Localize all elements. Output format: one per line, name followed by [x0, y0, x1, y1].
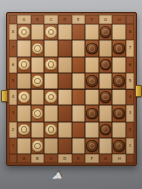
checker-light[interactable]	[18, 91, 30, 103]
square-G2[interactable]	[99, 122, 113, 138]
square-G8[interactable]	[99, 24, 113, 40]
checker-light[interactable]	[32, 108, 44, 120]
checker-dark[interactable]	[113, 140, 125, 152]
rank-label-left-3: 3	[9, 105, 17, 121]
checker-light[interactable]	[32, 140, 44, 152]
frame-corner	[9, 15, 17, 24]
square-C7[interactable]	[44, 40, 58, 56]
rank-label-left-1: 1	[9, 138, 17, 154]
checker-light[interactable]	[45, 91, 57, 103]
square-F7[interactable]	[85, 40, 99, 56]
file-label-bottom-G: G	[99, 154, 113, 163]
square-G3[interactable]	[99, 105, 113, 121]
square-A2[interactable]	[17, 122, 31, 138]
checker-dark[interactable]	[113, 108, 125, 120]
photo-scene: ABCDEFGH8877665544332211ABCDEFGH ♟	[0, 0, 142, 189]
checker-light[interactable]	[45, 124, 57, 136]
square-H5[interactable]	[112, 73, 126, 89]
checkers-board: ABCDEFGH8877665544332211ABCDEFGH	[6, 12, 137, 166]
checker-light[interactable]	[32, 75, 44, 87]
rank-label-left-5: 5	[9, 73, 17, 89]
square-H7[interactable]	[112, 40, 126, 56]
square-D2[interactable]	[58, 122, 72, 138]
square-H6[interactable]	[112, 57, 126, 73]
rank-label-right-2: 2	[126, 122, 134, 138]
square-H4[interactable]	[112, 89, 126, 105]
file-label-bottom-E: E	[72, 154, 86, 163]
square-E4[interactable]	[72, 89, 86, 105]
rank-label-left-4: 4	[9, 89, 17, 105]
file-label-bottom-H: H	[112, 154, 126, 163]
file-label-bottom-D: D	[58, 154, 72, 163]
rank-label-right-4: 4	[126, 89, 134, 105]
checker-dark[interactable]	[113, 43, 125, 55]
square-G4[interactable]	[99, 89, 113, 105]
file-label-top-E: E	[72, 15, 86, 24]
square-D3[interactable]	[58, 105, 72, 121]
square-A4[interactable]	[17, 89, 31, 105]
checker-light[interactable]	[18, 59, 30, 71]
fallen-pawn-piece: ♟	[50, 170, 64, 184]
rank-label-right-6: 6	[126, 57, 134, 73]
checker-dark[interactable]	[86, 43, 98, 55]
file-label-top-H: H	[112, 15, 126, 24]
file-label-top-F: F	[85, 15, 99, 24]
square-A5[interactable]	[17, 73, 31, 89]
square-D6[interactable]	[58, 57, 72, 73]
rank-label-right-8: 8	[126, 24, 134, 40]
rank-label-left-2: 2	[9, 122, 17, 138]
file-label-top-C: C	[44, 15, 58, 24]
brass-hinge-left-icon	[1, 90, 8, 102]
square-A1[interactable]	[17, 138, 31, 154]
file-label-top-D: D	[58, 15, 72, 24]
file-label-bottom-A: A	[17, 154, 31, 163]
file-label-bottom-C: C	[44, 154, 58, 163]
board-grid: ABCDEFGH8877665544332211ABCDEFGH	[9, 15, 134, 163]
square-D7[interactable]	[58, 40, 72, 56]
square-G7[interactable]	[99, 40, 113, 56]
checker-dark[interactable]	[86, 108, 98, 120]
square-E2[interactable]	[72, 122, 86, 138]
checker-light[interactable]	[32, 43, 44, 55]
brass-hinge-right-icon	[135, 85, 142, 97]
file-label-top-B: B	[31, 15, 45, 24]
frame-corner	[126, 15, 134, 24]
file-label-top-G: G	[99, 15, 113, 24]
square-A3[interactable]	[17, 105, 31, 121]
rank-label-left-8: 8	[9, 24, 17, 40]
square-D8[interactable]	[58, 24, 72, 40]
square-B2[interactable]	[31, 122, 45, 138]
checker-dark[interactable]	[100, 26, 112, 38]
square-B7[interactable]	[31, 40, 45, 56]
checker-dark[interactable]	[100, 91, 112, 103]
square-B4[interactable]	[31, 89, 45, 105]
file-label-bottom-F: F	[85, 154, 99, 163]
rank-label-left-7: 7	[9, 40, 17, 56]
square-F2[interactable]	[85, 122, 99, 138]
square-H8[interactable]	[112, 24, 126, 40]
square-G1[interactable]	[99, 138, 113, 154]
square-F4[interactable]	[85, 89, 99, 105]
rank-label-left-6: 6	[9, 57, 17, 73]
square-C1[interactable]	[44, 138, 58, 154]
square-E1[interactable]	[72, 138, 86, 154]
square-D5[interactable]	[58, 73, 72, 89]
frame-corner	[9, 154, 17, 163]
checker-dark[interactable]	[100, 124, 112, 136]
square-H3[interactable]	[112, 105, 126, 121]
square-B5[interactable]	[31, 73, 45, 89]
file-label-top-A: A	[17, 15, 31, 24]
checker-dark[interactable]	[100, 59, 112, 71]
square-B3[interactable]	[31, 105, 45, 121]
checker-dark[interactable]	[86, 140, 98, 152]
square-B1[interactable]	[31, 138, 45, 154]
square-C6[interactable]	[44, 57, 58, 73]
square-C8[interactable]	[44, 24, 58, 40]
rank-label-right-1: 1	[126, 138, 134, 154]
square-C5[interactable]	[44, 73, 58, 89]
checker-light[interactable]	[45, 26, 57, 38]
square-D4[interactable]	[58, 89, 72, 105]
square-E7[interactable]	[72, 40, 86, 56]
file-label-bottom-B: B	[31, 154, 45, 163]
checker-light[interactable]	[18, 124, 30, 136]
square-G5[interactable]	[99, 73, 113, 89]
square-H2[interactable]	[112, 122, 126, 138]
frame-corner	[126, 154, 134, 163]
square-A6[interactable]	[17, 57, 31, 73]
rank-label-right-7: 7	[126, 40, 134, 56]
square-E3[interactable]	[72, 105, 86, 121]
square-D1[interactable]	[58, 138, 72, 154]
square-C4[interactable]	[44, 89, 58, 105]
checker-light[interactable]	[18, 26, 30, 38]
square-F3[interactable]	[85, 105, 99, 121]
square-F8[interactable]	[85, 24, 99, 40]
square-B8[interactable]	[31, 24, 45, 40]
square-G6[interactable]	[99, 57, 113, 73]
checker-dark[interactable]	[86, 75, 98, 87]
square-F5[interactable]	[85, 73, 99, 89]
square-E8[interactable]	[72, 24, 86, 40]
square-F1[interactable]	[85, 138, 99, 154]
checker-dark[interactable]	[113, 75, 125, 87]
rank-label-right-3: 3	[126, 105, 134, 121]
square-A8[interactable]	[17, 24, 31, 40]
square-H1[interactable]	[112, 138, 126, 154]
rank-label-right-5: 5	[126, 73, 134, 89]
square-C3[interactable]	[44, 105, 58, 121]
square-C2[interactable]	[44, 122, 58, 138]
checker-light[interactable]	[45, 59, 57, 71]
square-E6[interactable]	[72, 57, 86, 73]
square-B6[interactable]	[31, 57, 45, 73]
square-F6[interactable]	[85, 57, 99, 73]
square-E5[interactable]	[72, 73, 86, 89]
square-A7[interactable]	[17, 40, 31, 56]
